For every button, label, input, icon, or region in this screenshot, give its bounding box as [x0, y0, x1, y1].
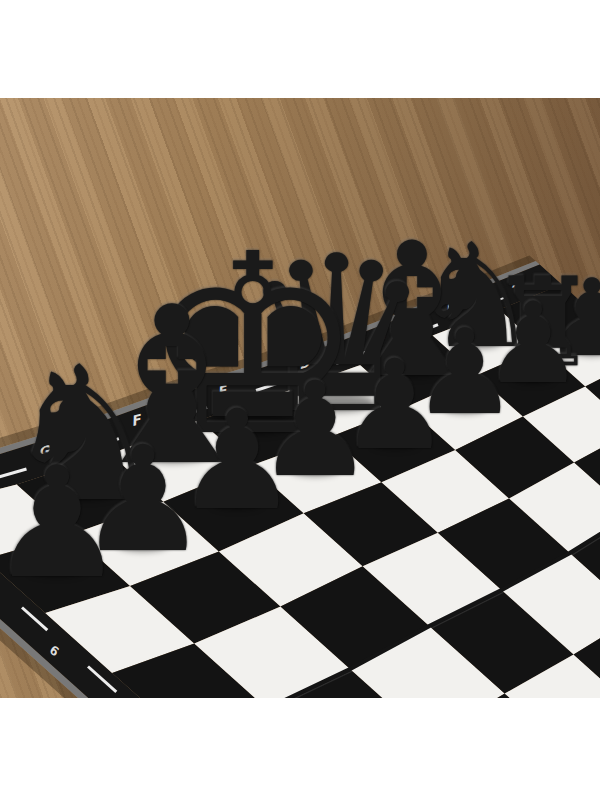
product-canvas: HGFEDCBA8765432♜♞♝♛♚♝♞♜♟♟♟♟♟♟♟♟ [0, 0, 600, 800]
letterbox-top [0, 0, 600, 98]
black-pawn-h7: ♟ [0, 447, 126, 600]
letterbox-bottom [0, 698, 600, 800]
chess-board: HGFEDCBA8765432♜♞♝♛♚♝♞♜♟♟♟♟♟♟♟♟ [0, 98, 600, 698]
photo-wood-table: HGFEDCBA8765432♜♞♝♛♚♝♞♜♟♟♟♟♟♟♟♟ [0, 98, 600, 698]
